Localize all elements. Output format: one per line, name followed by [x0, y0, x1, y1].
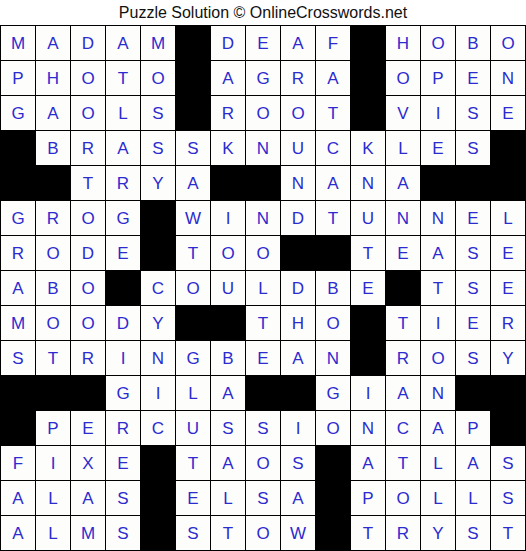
- letter-cell: S: [1, 341, 35, 375]
- letter-cell: S: [176, 516, 210, 550]
- letter-cell: O: [246, 96, 280, 130]
- letter-cell: T: [176, 446, 210, 480]
- letter-cell: L: [211, 481, 245, 515]
- letter-cell: E: [421, 131, 455, 165]
- letter-cell: E: [246, 26, 280, 60]
- page-header: Puzzle Solution © OnlineCrosswords.net: [0, 0, 526, 25]
- letter-cell: S: [456, 341, 490, 375]
- black-cell: [176, 96, 210, 130]
- letter-cell: P: [36, 411, 70, 445]
- letter-cell: N: [351, 411, 385, 445]
- letter-cell: I: [36, 446, 70, 480]
- letter-cell: N: [351, 166, 385, 200]
- letter-cell: E: [456, 201, 490, 235]
- letter-cell: D: [71, 26, 105, 60]
- letter-cell: F: [1, 446, 35, 480]
- letter-cell: S: [456, 131, 490, 165]
- letter-cell: E: [351, 271, 385, 305]
- letter-cell: Y: [491, 341, 525, 375]
- letter-cell: S: [211, 411, 245, 445]
- letter-cell: O: [36, 306, 70, 340]
- letter-cell: I: [106, 341, 140, 375]
- letter-cell: O: [281, 96, 315, 130]
- letter-cell: U: [176, 411, 210, 445]
- letter-cell: C: [141, 411, 175, 445]
- letter-cell: D: [71, 236, 105, 270]
- letter-cell: E: [106, 236, 140, 270]
- letter-cell: S: [106, 481, 140, 515]
- letter-cell: O: [141, 61, 175, 95]
- letter-cell: X: [71, 446, 105, 480]
- black-cell: [1, 411, 35, 445]
- letter-cell: A: [316, 61, 350, 95]
- letter-cell: S: [141, 131, 175, 165]
- letter-cell: D: [106, 306, 140, 340]
- letter-cell: O: [316, 411, 350, 445]
- letter-cell: A: [106, 131, 140, 165]
- letter-cell: H: [281, 306, 315, 340]
- black-cell: [281, 376, 315, 410]
- letter-cell: S: [456, 516, 490, 550]
- letter-cell: T: [386, 306, 420, 340]
- letter-cell: H: [386, 26, 420, 60]
- letter-cell: T: [316, 201, 350, 235]
- letter-cell: P: [351, 481, 385, 515]
- letter-cell: M: [141, 26, 175, 60]
- letter-cell: A: [1, 481, 35, 515]
- letter-cell: B: [316, 271, 350, 305]
- letter-cell: E: [106, 446, 140, 480]
- letter-cell: D: [211, 26, 245, 60]
- letter-cell: L: [106, 96, 140, 130]
- letter-cell: T: [386, 446, 420, 480]
- letter-cell: A: [351, 446, 385, 480]
- black-cell: [491, 166, 525, 200]
- black-cell: [351, 61, 385, 95]
- black-cell: [1, 376, 35, 410]
- letter-cell: T: [316, 96, 350, 130]
- letter-cell: U: [281, 131, 315, 165]
- letter-cell: O: [71, 96, 105, 130]
- black-cell: [141, 481, 175, 515]
- letter-cell: E: [386, 236, 420, 270]
- black-cell: [141, 201, 175, 235]
- letter-cell: O: [71, 306, 105, 340]
- letter-cell: T: [491, 516, 525, 550]
- black-cell: [421, 166, 455, 200]
- letter-cell: A: [211, 376, 245, 410]
- letter-cell: K: [211, 131, 245, 165]
- black-cell: [246, 166, 280, 200]
- page-title: Puzzle Solution © OnlineCrosswords.net: [119, 4, 407, 22]
- letter-cell: N: [491, 61, 525, 95]
- letter-cell: R: [106, 166, 140, 200]
- letter-cell: A: [386, 376, 420, 410]
- letter-cell: S: [106, 516, 140, 550]
- letter-cell: A: [106, 26, 140, 60]
- black-cell: [456, 376, 490, 410]
- black-cell: [36, 376, 70, 410]
- letter-cell: G: [1, 201, 35, 235]
- letter-cell: K: [351, 131, 385, 165]
- letter-cell: W: [176, 201, 210, 235]
- letter-cell: I: [211, 201, 245, 235]
- letter-cell: O: [491, 26, 525, 60]
- letter-cell: Y: [421, 516, 455, 550]
- letter-cell: B: [456, 26, 490, 60]
- letter-cell: A: [36, 26, 70, 60]
- letter-cell: T: [246, 306, 280, 340]
- letter-cell: O: [246, 516, 280, 550]
- black-cell: [491, 411, 525, 445]
- black-cell: [386, 271, 420, 305]
- letter-cell: A: [316, 166, 350, 200]
- letter-cell: P: [421, 61, 455, 95]
- puzzle-solution-page: Puzzle Solution © OnlineCrosswords.net M…: [0, 0, 526, 551]
- letter-cell: F: [316, 26, 350, 60]
- letter-cell: G: [106, 201, 140, 235]
- letter-cell: A: [386, 166, 420, 200]
- letter-cell: B: [36, 131, 70, 165]
- letter-cell: L: [386, 131, 420, 165]
- letter-cell: A: [281, 341, 315, 375]
- letter-cell: H: [36, 61, 70, 95]
- black-cell: [351, 96, 385, 130]
- letter-cell: L: [176, 376, 210, 410]
- black-cell: [456, 166, 490, 200]
- letter-cell: L: [421, 481, 455, 515]
- letter-cell: T: [211, 516, 245, 550]
- crossword-grid: MADAMDEAFHOBOPHOTOAGRAOPENGAOLSROOTVISEB…: [0, 25, 526, 551]
- letter-cell: A: [421, 411, 455, 445]
- letter-cell: Y: [141, 306, 175, 340]
- letter-cell: A: [281, 481, 315, 515]
- letter-cell: O: [71, 201, 105, 235]
- letter-cell: A: [176, 166, 210, 200]
- letter-cell: R: [281, 61, 315, 95]
- letter-cell: O: [386, 61, 420, 95]
- letter-cell: M: [71, 516, 105, 550]
- letter-cell: E: [491, 271, 525, 305]
- letter-cell: I: [421, 96, 455, 130]
- letter-cell: G: [246, 61, 280, 95]
- black-cell: [106, 271, 140, 305]
- letter-cell: S: [456, 96, 490, 130]
- letter-cell: R: [386, 341, 420, 375]
- black-cell: [1, 166, 35, 200]
- letter-cell: L: [421, 446, 455, 480]
- letter-cell: R: [71, 131, 105, 165]
- letter-cell: E: [71, 411, 105, 445]
- letter-cell: R: [211, 96, 245, 130]
- letter-cell: L: [36, 516, 70, 550]
- letter-cell: E: [456, 306, 490, 340]
- letter-cell: U: [351, 201, 385, 235]
- letter-cell: P: [1, 61, 35, 95]
- letter-cell: S: [246, 411, 280, 445]
- black-cell: [351, 26, 385, 60]
- letter-cell: O: [421, 26, 455, 60]
- letter-cell: N: [421, 201, 455, 235]
- letter-cell: R: [1, 236, 35, 270]
- letter-cell: E: [491, 96, 525, 130]
- letter-cell: T: [421, 271, 455, 305]
- letter-cell: A: [281, 26, 315, 60]
- letter-cell: R: [106, 411, 140, 445]
- letter-cell: R: [71, 341, 105, 375]
- letter-cell: A: [71, 481, 105, 515]
- letter-cell: O: [71, 61, 105, 95]
- letter-cell: I: [141, 376, 175, 410]
- letter-cell: G: [1, 96, 35, 130]
- letter-cell: A: [36, 96, 70, 130]
- letter-cell: T: [71, 166, 105, 200]
- letter-cell: I: [281, 411, 315, 445]
- letter-cell: E: [246, 341, 280, 375]
- letter-cell: R: [491, 306, 525, 340]
- black-cell: [176, 26, 210, 60]
- letter-cell: I: [421, 306, 455, 340]
- letter-cell: D: [281, 201, 315, 235]
- letter-cell: G: [176, 341, 210, 375]
- letter-cell: A: [1, 516, 35, 550]
- letter-cell: S: [491, 446, 525, 480]
- black-cell: [351, 341, 385, 375]
- letter-cell: N: [246, 201, 280, 235]
- letter-cell: A: [421, 236, 455, 270]
- letter-cell: O: [211, 236, 245, 270]
- black-cell: [36, 166, 70, 200]
- letter-cell: Y: [141, 166, 175, 200]
- letter-cell: N: [281, 166, 315, 200]
- letter-cell: L: [456, 481, 490, 515]
- letter-cell: C: [386, 411, 420, 445]
- letter-cell: N: [386, 201, 420, 235]
- letter-cell: W: [281, 516, 315, 550]
- letter-cell: M: [1, 26, 35, 60]
- letter-cell: S: [141, 96, 175, 130]
- letter-cell: S: [176, 131, 210, 165]
- letter-cell: A: [456, 446, 490, 480]
- letter-cell: G: [106, 376, 140, 410]
- letter-cell: B: [211, 341, 245, 375]
- letter-cell: O: [386, 481, 420, 515]
- letter-cell: L: [36, 481, 70, 515]
- letter-cell: I: [351, 376, 385, 410]
- black-cell: [316, 446, 350, 480]
- letter-cell: S: [456, 236, 490, 270]
- letter-cell: P: [456, 411, 490, 445]
- black-cell: [141, 236, 175, 270]
- letter-cell: O: [71, 271, 105, 305]
- letter-cell: V: [386, 96, 420, 130]
- letter-cell: N: [141, 341, 175, 375]
- black-cell: [491, 131, 525, 165]
- black-cell: [281, 236, 315, 270]
- letter-cell: T: [106, 61, 140, 95]
- letter-cell: N: [246, 131, 280, 165]
- black-cell: [246, 376, 280, 410]
- black-cell: [71, 376, 105, 410]
- letter-cell: T: [176, 236, 210, 270]
- letter-cell: N: [316, 341, 350, 375]
- letter-cell: A: [211, 61, 245, 95]
- black-cell: [176, 61, 210, 95]
- letter-cell: S: [491, 481, 525, 515]
- black-cell: [491, 376, 525, 410]
- letter-cell: S: [281, 446, 315, 480]
- letter-cell: S: [456, 271, 490, 305]
- letter-cell: N: [421, 376, 455, 410]
- black-cell: [316, 481, 350, 515]
- letter-cell: M: [1, 306, 35, 340]
- letter-cell: O: [36, 236, 70, 270]
- letter-cell: O: [176, 271, 210, 305]
- letter-cell: E: [491, 236, 525, 270]
- letter-cell: G: [316, 376, 350, 410]
- letter-cell: T: [36, 341, 70, 375]
- letter-cell: C: [141, 271, 175, 305]
- letter-cell: A: [211, 446, 245, 480]
- black-cell: [211, 306, 245, 340]
- black-cell: [351, 306, 385, 340]
- letter-cell: E: [176, 481, 210, 515]
- letter-cell: O: [421, 341, 455, 375]
- letter-cell: T: [351, 236, 385, 270]
- black-cell: [1, 131, 35, 165]
- black-cell: [176, 306, 210, 340]
- black-cell: [316, 516, 350, 550]
- black-cell: [141, 446, 175, 480]
- letter-cell: O: [246, 446, 280, 480]
- black-cell: [316, 236, 350, 270]
- letter-cell: B: [36, 271, 70, 305]
- letter-cell: O: [316, 306, 350, 340]
- letter-cell: D: [281, 271, 315, 305]
- letter-cell: S: [246, 481, 280, 515]
- black-cell: [211, 166, 245, 200]
- letter-cell: R: [386, 516, 420, 550]
- letter-cell: C: [316, 131, 350, 165]
- letter-cell: R: [36, 201, 70, 235]
- letter-cell: A: [1, 271, 35, 305]
- letter-cell: L: [246, 271, 280, 305]
- letter-cell: E: [456, 61, 490, 95]
- letter-cell: T: [351, 516, 385, 550]
- letter-cell: O: [246, 236, 280, 270]
- black-cell: [141, 516, 175, 550]
- letter-cell: L: [491, 201, 525, 235]
- letter-cell: U: [211, 271, 245, 305]
